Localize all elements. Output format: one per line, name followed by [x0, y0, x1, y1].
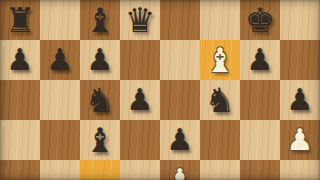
square-f7[interactable]: ♝ [200, 40, 240, 80]
piece-black-pawn-e5[interactable]: ♟ [167, 120, 194, 160]
rank-label-4: 4 [2, 161, 6, 169]
square-g5[interactable] [240, 120, 280, 160]
square-e6[interactable] [160, 80, 200, 120]
square-f6[interactable]: ♞ [200, 80, 240, 120]
square-c7[interactable]: ♟ [80, 40, 120, 80]
piece-black-pawn-h6[interactable]: ♟ [287, 80, 314, 120]
square-h6[interactable]: ♟ [280, 80, 320, 120]
square-d4[interactable] [120, 160, 160, 180]
square-b6[interactable] [40, 80, 80, 120]
square-a4[interactable]: 4 [0, 160, 40, 180]
chess-app-viewport: 8♜♝♛♚7♟♟♟♝♟6♞♟♞♟5♝♟♟4♟ [0, 0, 320, 180]
piece-black-knight-f6[interactable]: ♞ [205, 80, 235, 120]
square-h8[interactable] [280, 0, 320, 40]
square-c5[interactable]: ♝ [80, 120, 120, 160]
square-g4[interactable] [240, 160, 280, 180]
rank-label-6: 6 [2, 81, 6, 89]
square-b7[interactable]: ♟ [40, 40, 80, 80]
piece-black-king-g8[interactable]: ♚ [245, 0, 275, 40]
square-d7[interactable] [120, 40, 160, 80]
piece-black-pawn-g7[interactable]: ♟ [247, 40, 274, 80]
square-c6[interactable]: ♞ [80, 80, 120, 120]
piece-white-pawn-h5[interactable]: ♟ [287, 120, 314, 160]
square-g6[interactable] [240, 80, 280, 120]
piece-white-pawn-e4[interactable]: ♟ [167, 160, 194, 180]
piece-black-bishop-c8[interactable]: ♝ [85, 0, 115, 40]
square-e5[interactable]: ♟ [160, 120, 200, 160]
square-d6[interactable]: ♟ [120, 80, 160, 120]
square-d8[interactable]: ♛ [120, 0, 160, 40]
rank-label-5: 5 [2, 121, 6, 129]
piece-black-pawn-d6[interactable]: ♟ [127, 80, 154, 120]
piece-black-pawn-c7[interactable]: ♟ [87, 40, 114, 80]
square-b8[interactable] [40, 0, 80, 40]
chess-board: 8♜♝♛♚7♟♟♟♝♟6♞♟♞♟5♝♟♟4♟ [0, 0, 320, 180]
piece-white-bishop-f7[interactable]: ♝ [205, 40, 235, 80]
square-a6[interactable]: 6 [0, 80, 40, 120]
square-h4[interactable] [280, 160, 320, 180]
piece-black-bishop-c5[interactable]: ♝ [85, 120, 115, 160]
square-g7[interactable]: ♟ [240, 40, 280, 80]
square-b4[interactable] [40, 160, 80, 180]
piece-black-queen-d8[interactable]: ♛ [125, 0, 155, 40]
square-e7[interactable] [160, 40, 200, 80]
piece-black-rook-a8[interactable]: ♜ [5, 0, 35, 40]
piece-black-knight-c6[interactable]: ♞ [85, 80, 115, 120]
piece-black-pawn-b7[interactable]: ♟ [47, 40, 74, 80]
piece-black-pawn-a7[interactable]: ♟ [7, 40, 34, 80]
square-g8[interactable]: ♚ [240, 0, 280, 40]
square-f4[interactable] [200, 160, 240, 180]
square-e4[interactable]: ♟ [160, 160, 200, 180]
square-d5[interactable] [120, 120, 160, 160]
square-a7[interactable]: 7♟ [0, 40, 40, 80]
square-f8[interactable] [200, 0, 240, 40]
square-e8[interactable] [160, 0, 200, 40]
square-h5[interactable]: ♟ [280, 120, 320, 160]
square-a5[interactable]: 5 [0, 120, 40, 160]
square-c8[interactable]: ♝ [80, 0, 120, 40]
square-h7[interactable] [280, 40, 320, 80]
square-f5[interactable] [200, 120, 240, 160]
square-c4[interactable] [80, 160, 120, 180]
square-a8[interactable]: 8♜ [0, 0, 40, 40]
square-b5[interactable] [40, 120, 80, 160]
